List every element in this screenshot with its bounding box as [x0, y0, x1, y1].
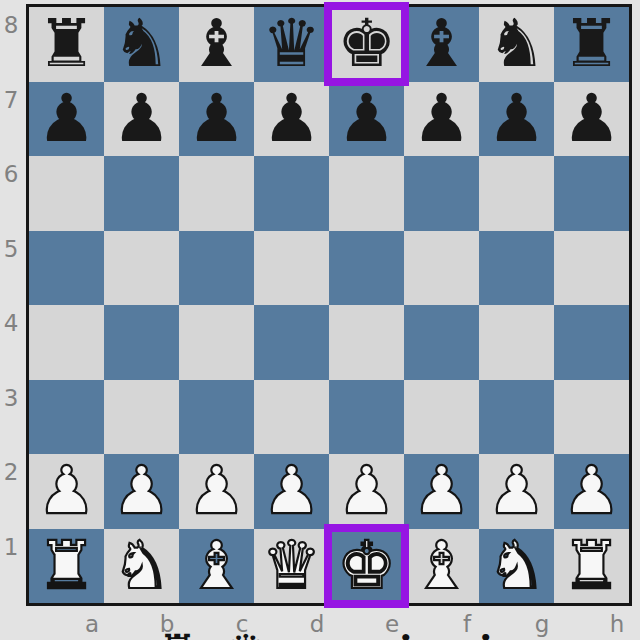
square-a8[interactable]: ♜ — [29, 7, 104, 82]
square-h3[interactable] — [554, 380, 629, 455]
square-b1[interactable]: ♞ — [104, 529, 179, 604]
square-h1[interactable]: ♜ — [554, 529, 629, 604]
piece-white-pawn[interactable]: ♟ — [487, 454, 546, 528]
square-a1[interactable]: ♜ — [29, 529, 104, 604]
clipped-piece-glyph: ♜ — [158, 629, 197, 640]
piece-black-queen[interactable]: ♛ — [262, 7, 321, 81]
file-label-g: g — [529, 611, 555, 637]
piece-black-pawn[interactable]: ♟ — [562, 82, 621, 156]
piece-black-pawn[interactable]: ♟ — [37, 82, 96, 156]
square-e4[interactable] — [329, 305, 404, 380]
square-g8[interactable]: ♞ — [479, 7, 554, 82]
piece-white-knight[interactable]: ♞ — [487, 529, 546, 603]
square-b5[interactable] — [104, 231, 179, 306]
piece-white-bishop[interactable]: ♝ — [187, 529, 246, 603]
square-e1[interactable]: ♚ — [329, 529, 404, 604]
piece-black-pawn[interactable]: ♟ — [112, 82, 171, 156]
square-h8[interactable]: ♜ — [554, 7, 629, 82]
square-h4[interactable] — [554, 305, 629, 380]
piece-white-pawn[interactable]: ♟ — [337, 454, 396, 528]
piece-white-queen[interactable]: ♛ — [262, 529, 321, 603]
square-d2[interactable]: ♟ — [254, 454, 329, 529]
piece-black-pawn[interactable]: ♟ — [262, 82, 321, 156]
piece-black-pawn[interactable]: ♟ — [337, 82, 396, 156]
square-c6[interactable] — [179, 156, 254, 231]
square-c4[interactable] — [179, 305, 254, 380]
rank-label-7: 7 — [0, 87, 22, 113]
square-c1[interactable]: ♝ — [179, 529, 254, 604]
square-c3[interactable] — [179, 380, 254, 455]
square-f3[interactable] — [404, 380, 479, 455]
square-g6[interactable] — [479, 156, 554, 231]
square-h7[interactable]: ♟ — [554, 82, 629, 157]
square-b3[interactable] — [104, 380, 179, 455]
square-d7[interactable]: ♟ — [254, 82, 329, 157]
square-c5[interactable] — [179, 231, 254, 306]
clipped-piece-glyph: ♝ — [386, 629, 425, 640]
file-label-h: h — [604, 611, 630, 637]
square-a2[interactable]: ♟ — [29, 454, 104, 529]
square-g4[interactable] — [479, 305, 554, 380]
chess-app-canvas: ♜♞♝♛♚♝♞♜♟♟♟♟♟♟♟♟♟♟♟♟♟♟♟♟♜♞♝♛♚♝♞♜ 8765432… — [0, 0, 640, 640]
piece-white-pawn[interactable]: ♟ — [412, 454, 471, 528]
rank-label-8: 8 — [0, 12, 22, 38]
piece-black-bishop[interactable]: ♝ — [187, 7, 246, 81]
square-d6[interactable] — [254, 156, 329, 231]
piece-black-pawn[interactable]: ♟ — [412, 82, 471, 156]
square-a7[interactable]: ♟ — [29, 82, 104, 157]
square-b6[interactable] — [104, 156, 179, 231]
rank-label-2: 2 — [0, 459, 22, 485]
square-c2[interactable]: ♟ — [179, 454, 254, 529]
square-f4[interactable] — [404, 305, 479, 380]
piece-white-rook[interactable]: ♜ — [37, 529, 96, 603]
square-d1[interactable]: ♛ — [254, 529, 329, 604]
square-e7[interactable]: ♟ — [329, 82, 404, 157]
square-d4[interactable] — [254, 305, 329, 380]
file-label-a: a — [79, 611, 105, 637]
square-b8[interactable]: ♞ — [104, 7, 179, 82]
square-b4[interactable] — [104, 305, 179, 380]
rank-label-4: 4 — [0, 310, 22, 336]
square-g2[interactable]: ♟ — [479, 454, 554, 529]
piece-black-knight[interactable]: ♞ — [487, 7, 546, 81]
piece-white-pawn[interactable]: ♟ — [112, 454, 171, 528]
square-h6[interactable] — [554, 156, 629, 231]
square-a4[interactable] — [29, 305, 104, 380]
square-a5[interactable] — [29, 231, 104, 306]
square-c8[interactable]: ♝ — [179, 7, 254, 82]
piece-white-bishop[interactable]: ♝ — [412, 529, 471, 603]
square-c7[interactable]: ♟ — [179, 82, 254, 157]
piece-white-pawn[interactable]: ♟ — [562, 454, 621, 528]
piece-white-rook[interactable]: ♜ — [562, 529, 621, 603]
square-f1[interactable]: ♝ — [404, 529, 479, 604]
square-e6[interactable] — [329, 156, 404, 231]
piece-black-knight[interactable]: ♞ — [112, 7, 171, 81]
square-g3[interactable] — [479, 380, 554, 455]
piece-white-pawn[interactable]: ♟ — [187, 454, 246, 528]
file-label-d: d — [304, 611, 330, 637]
square-e8[interactable]: ♚ — [329, 7, 404, 82]
piece-black-rook[interactable]: ♜ — [37, 7, 96, 81]
piece-white-king[interactable]: ♚ — [337, 529, 396, 603]
square-e5[interactable] — [329, 231, 404, 306]
clipped-piece-glyph: ♛ — [226, 629, 265, 640]
square-g5[interactable] — [479, 231, 554, 306]
rank-label-6: 6 — [0, 161, 22, 187]
square-b2[interactable]: ♟ — [104, 454, 179, 529]
clipped-piece-glyph: ♟ — [466, 629, 505, 640]
square-d5[interactable] — [254, 231, 329, 306]
piece-white-pawn[interactable]: ♟ — [262, 454, 321, 528]
square-f7[interactable]: ♟ — [404, 82, 479, 157]
rank-label-3: 3 — [0, 385, 22, 411]
piece-black-pawn[interactable]: ♟ — [187, 82, 246, 156]
piece-white-knight[interactable]: ♞ — [112, 529, 171, 603]
square-g1[interactable]: ♞ — [479, 529, 554, 604]
square-f2[interactable]: ♟ — [404, 454, 479, 529]
piece-black-king[interactable]: ♚ — [337, 7, 396, 81]
square-f6[interactable] — [404, 156, 479, 231]
square-g7[interactable]: ♟ — [479, 82, 554, 157]
square-d8[interactable]: ♛ — [254, 7, 329, 82]
rank-label-1: 1 — [0, 534, 22, 560]
square-a3[interactable] — [29, 380, 104, 455]
square-h2[interactable]: ♟ — [554, 454, 629, 529]
piece-black-pawn[interactable]: ♟ — [487, 82, 546, 156]
square-f8[interactable]: ♝ — [404, 7, 479, 82]
square-d3[interactable] — [254, 380, 329, 455]
chess-board[interactable]: ♜♞♝♛♚♝♞♜♟♟♟♟♟♟♟♟♟♟♟♟♟♟♟♟♜♞♝♛♚♝♞♜ — [26, 4, 632, 606]
piece-white-pawn[interactable]: ♟ — [37, 454, 96, 528]
square-a6[interactable] — [29, 156, 104, 231]
piece-black-bishop[interactable]: ♝ — [412, 7, 471, 81]
square-f5[interactable] — [404, 231, 479, 306]
square-h5[interactable] — [554, 231, 629, 306]
piece-black-rook[interactable]: ♜ — [562, 7, 621, 81]
rank-label-5: 5 — [0, 236, 22, 262]
square-e3[interactable] — [329, 380, 404, 455]
square-e2[interactable]: ♟ — [329, 454, 404, 529]
square-b7[interactable]: ♟ — [104, 82, 179, 157]
